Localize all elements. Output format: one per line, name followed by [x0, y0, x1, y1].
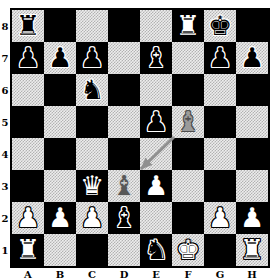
square-d5[interactable] — [108, 106, 140, 138]
square-a4[interactable] — [12, 138, 44, 170]
square-c4[interactable] — [76, 138, 108, 170]
square-f3[interactable] — [172, 170, 204, 202]
square-g7[interactable]: ♟ — [204, 42, 236, 74]
piece-white-pawn-h2[interactable]: ♟ — [236, 202, 268, 234]
chess-board[interactable]: ♜♜♚♟♟♟♝♟♟♞♟♝♛♝♟♟♟♟♝♟♟♜♞♚♜ — [10, 8, 270, 268]
square-a5[interactable] — [12, 106, 44, 138]
square-b4[interactable] — [44, 138, 76, 170]
piece-white-queen-c3[interactable]: ♛ — [76, 170, 108, 202]
file-label-g: G — [204, 268, 236, 280]
file-label-d: D — [108, 268, 140, 280]
piece-white-pawn-g2[interactable]: ♟ — [204, 202, 236, 234]
square-c2[interactable]: ♟ — [76, 202, 108, 234]
square-b3[interactable] — [44, 170, 76, 202]
file-label-a: A — [12, 268, 44, 280]
square-h2[interactable]: ♟ — [236, 202, 268, 234]
piece-black-pawn-b7[interactable]: ♟ — [44, 42, 76, 74]
piece-white-rook-h1[interactable]: ♜ — [236, 234, 268, 266]
square-e4[interactable] — [140, 138, 172, 170]
square-f2[interactable] — [172, 202, 204, 234]
square-f5[interactable]: ♝ — [172, 106, 204, 138]
square-d7[interactable] — [108, 42, 140, 74]
piece-black-pawn-a7[interactable]: ♟ — [12, 42, 44, 74]
square-c5[interactable] — [76, 106, 108, 138]
file-label-b: B — [44, 268, 76, 280]
square-f1[interactable]: ♚ — [172, 234, 204, 266]
square-a7[interactable]: ♟ — [12, 42, 44, 74]
square-b5[interactable] — [44, 106, 76, 138]
square-h3[interactable] — [236, 170, 268, 202]
square-d8[interactable] — [108, 10, 140, 42]
piece-ghost-dark-bishop-d3[interactable]: ♝ — [108, 170, 140, 202]
piece-black-knight-c6[interactable]: ♞ — [76, 74, 108, 106]
square-f8[interactable]: ♜ — [172, 10, 204, 42]
file-label-f: F — [172, 268, 204, 280]
square-e1[interactable]: ♞ — [140, 234, 172, 266]
square-g4[interactable] — [204, 138, 236, 170]
piece-black-knight-e1[interactable]: ♞ — [140, 234, 172, 266]
piece-black-pawn-h7[interactable]: ♟ — [236, 42, 268, 74]
square-f7[interactable] — [172, 42, 204, 74]
square-f6[interactable] — [172, 74, 204, 106]
square-b1[interactable] — [44, 234, 76, 266]
square-g2[interactable]: ♟ — [204, 202, 236, 234]
rank-label-8: 8 — [0, 10, 10, 42]
file-label-h: H — [236, 268, 268, 280]
rank-label-7: 7 — [0, 42, 10, 74]
rank-label-2: 2 — [0, 202, 10, 234]
piece-black-bishop-d2[interactable]: ♝ — [108, 202, 140, 234]
square-e6[interactable] — [140, 74, 172, 106]
piece-black-king-g8[interactable]: ♚ — [204, 10, 236, 42]
piece-white-pawn-c2[interactable]: ♟ — [76, 202, 108, 234]
square-c8[interactable] — [76, 10, 108, 42]
square-h8[interactable] — [236, 10, 268, 42]
square-e3[interactable]: ♟ — [140, 170, 172, 202]
square-e8[interactable] — [140, 10, 172, 42]
rank-label-6: 6 — [0, 74, 10, 106]
square-h6[interactable] — [236, 74, 268, 106]
square-c6[interactable]: ♞ — [76, 74, 108, 106]
rank-label-1: 1 — [0, 234, 10, 266]
square-b2[interactable]: ♟ — [44, 202, 76, 234]
square-h5[interactable] — [236, 106, 268, 138]
square-c7[interactable]: ♟ — [76, 42, 108, 74]
square-d2[interactable]: ♝ — [108, 202, 140, 234]
square-a8[interactable]: ♜ — [12, 10, 44, 42]
file-coordinate-labels: ABCDEFGH — [12, 268, 268, 280]
rank-coordinate-labels: 87654321 — [0, 10, 10, 266]
piece-white-pawn-e3[interactable]: ♟ — [140, 170, 172, 202]
square-f4[interactable] — [172, 138, 204, 170]
square-d6[interactable] — [108, 74, 140, 106]
piece-black-pawn-c7[interactable]: ♟ — [76, 42, 108, 74]
square-d3[interactable]: ♝ — [108, 170, 140, 202]
rank-label-5: 5 — [0, 106, 10, 138]
square-a2[interactable]: ♟ — [12, 202, 44, 234]
square-b8[interactable] — [44, 10, 76, 42]
square-g5[interactable] — [204, 106, 236, 138]
square-d1[interactable] — [108, 234, 140, 266]
square-b7[interactable]: ♟ — [44, 42, 76, 74]
square-e7[interactable]: ♝ — [140, 42, 172, 74]
square-g1[interactable] — [204, 234, 236, 266]
rank-label-3: 3 — [0, 170, 10, 202]
piece-white-pawn-a2[interactable]: ♟ — [12, 202, 44, 234]
piece-black-rook-a8[interactable]: ♜ — [12, 10, 44, 42]
piece-white-king-f1[interactable]: ♚ — [172, 234, 204, 266]
square-g6[interactable] — [204, 74, 236, 106]
square-c3[interactable]: ♛ — [76, 170, 108, 202]
file-label-c: C — [76, 268, 108, 280]
square-a1[interactable]: ♜ — [12, 234, 44, 266]
square-e5[interactable]: ♟ — [140, 106, 172, 138]
piece-white-pawn-b2[interactable]: ♟ — [44, 202, 76, 234]
file-label-e: E — [140, 268, 172, 280]
square-c1[interactable] — [76, 234, 108, 266]
square-b6[interactable] — [44, 74, 76, 106]
piece-black-bishop-e7[interactable]: ♝ — [140, 42, 172, 74]
piece-ghost-bishop-f5[interactable]: ♝ — [172, 106, 204, 138]
square-d4[interactable] — [108, 138, 140, 170]
square-h7[interactable]: ♟ — [236, 42, 268, 74]
board-grid: ♜♜♚♟♟♟♝♟♟♞♟♝♛♝♟♟♟♟♝♟♟♜♞♚♜ — [12, 10, 268, 266]
piece-white-rook-f8[interactable]: ♜ — [172, 10, 204, 42]
square-a6[interactable] — [12, 74, 44, 106]
chess-app-window: 87654321 ABCDEFGH ♜♜♚♟♟♟♝♟♟♞♟♝♛♝♟♟♟♟♝♟♟♜… — [0, 0, 280, 280]
square-h4[interactable] — [236, 138, 268, 170]
square-h1[interactable]: ♜ — [236, 234, 268, 266]
piece-black-pawn-g7[interactable]: ♟ — [204, 42, 236, 74]
square-a3[interactable] — [12, 170, 44, 202]
rank-label-4: 4 — [0, 138, 10, 170]
piece-white-rook-a1[interactable]: ♜ — [12, 234, 44, 266]
square-e2[interactable] — [140, 202, 172, 234]
square-g8[interactable]: ♚ — [204, 10, 236, 42]
square-g3[interactable] — [204, 170, 236, 202]
piece-black-pawn-e5[interactable]: ♟ — [140, 106, 172, 138]
